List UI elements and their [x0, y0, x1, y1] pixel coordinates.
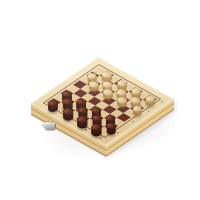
- light-checker-piece: [144, 95, 157, 103]
- light-checker-piece: [101, 88, 114, 96]
- light-checker-piece: [129, 96, 142, 104]
- dark-checker-piece: [61, 97, 74, 105]
- light-checker-piece: [101, 80, 114, 88]
- light-checker-piece: [115, 88, 128, 96]
- dark-checker-piece: [90, 114, 103, 122]
- dark-checker-piece: [61, 107, 74, 115]
- light-checker-piece: [129, 87, 142, 95]
- dark-checker-piece: [76, 115, 89, 123]
- light-checker-piece: [115, 79, 128, 87]
- light-checker-piece: [87, 80, 100, 88]
- light-checker-piece: [85, 72, 98, 80]
- dark-checker-piece: [90, 106, 103, 114]
- dark-checker-piece: [104, 114, 117, 122]
- dark-checker-piece: [46, 99, 59, 107]
- dark-checker-piece: [60, 89, 73, 97]
- dark-checker-piece: [90, 123, 103, 131]
- product-photo-scene: [0, 0, 200, 200]
- light-checker-piece: [116, 96, 129, 104]
- light-checker-piece: [100, 70, 113, 78]
- dark-checker-piece: [76, 106, 89, 114]
- dark-checker-piece: [104, 122, 117, 130]
- dark-checker-piece: [74, 97, 87, 105]
- light-checker-piece: [131, 104, 144, 112]
